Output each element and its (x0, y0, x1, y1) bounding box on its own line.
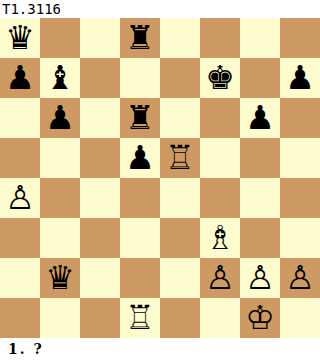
square-d3[interactable] (120, 218, 160, 258)
square-a4[interactable]: ♙ (0, 178, 40, 218)
chess-board: ♛♜♟♝♚♟♟♜♟♟♖♙♗♛♙♙♙♖♔ (0, 18, 320, 338)
square-b4[interactable] (40, 178, 80, 218)
square-h3[interactable] (280, 218, 320, 258)
chess-puzzle-page: T1.3116 ♛♜♟♝♚♟♟♜♟♟♖♙♗♛♙♙♙♖♔ 1. ? (0, 0, 320, 360)
square-a2[interactable] (0, 258, 40, 298)
square-c6[interactable] (80, 98, 120, 138)
square-c1[interactable] (80, 298, 120, 338)
square-e5[interactable]: ♖ (160, 138, 200, 178)
square-g7[interactable] (240, 58, 280, 98)
piece-white-pawn[interactable]: ♙ (285, 258, 315, 298)
square-d5[interactable]: ♟ (120, 138, 160, 178)
piece-white-pawn[interactable]: ♙ (5, 178, 35, 218)
square-c3[interactable] (80, 218, 120, 258)
square-b6[interactable]: ♟ (40, 98, 80, 138)
square-f5[interactable] (200, 138, 240, 178)
piece-black-pawn[interactable]: ♟ (245, 98, 275, 138)
piece-black-pawn[interactable]: ♟ (125, 138, 155, 178)
piece-white-pawn[interactable]: ♙ (245, 258, 275, 298)
square-c7[interactable] (80, 58, 120, 98)
square-e3[interactable] (160, 218, 200, 258)
square-f6[interactable] (200, 98, 240, 138)
square-e2[interactable] (160, 258, 200, 298)
square-a5[interactable] (0, 138, 40, 178)
square-h1[interactable] (280, 298, 320, 338)
square-b2[interactable]: ♛ (40, 258, 80, 298)
square-b3[interactable] (40, 218, 80, 258)
square-h2[interactable]: ♙ (280, 258, 320, 298)
square-b8[interactable] (40, 18, 80, 58)
square-b5[interactable] (40, 138, 80, 178)
piece-white-pawn[interactable]: ♙ (205, 258, 235, 298)
square-d2[interactable] (120, 258, 160, 298)
piece-white-king[interactable]: ♔ (245, 298, 275, 338)
square-d1[interactable]: ♖ (120, 298, 160, 338)
square-b7[interactable]: ♝ (40, 58, 80, 98)
piece-white-bishop[interactable]: ♗ (205, 218, 235, 258)
square-h6[interactable] (280, 98, 320, 138)
square-d4[interactable] (120, 178, 160, 218)
square-a7[interactable]: ♟ (0, 58, 40, 98)
square-h7[interactable]: ♟ (280, 58, 320, 98)
square-f1[interactable] (200, 298, 240, 338)
footer-bar: 1. ? (0, 338, 320, 360)
square-e6[interactable] (160, 98, 200, 138)
square-g3[interactable] (240, 218, 280, 258)
square-g2[interactable]: ♙ (240, 258, 280, 298)
piece-black-pawn[interactable]: ♟ (285, 58, 315, 98)
square-f2[interactable]: ♙ (200, 258, 240, 298)
square-d8[interactable]: ♜ (120, 18, 160, 58)
square-g4[interactable] (240, 178, 280, 218)
square-e7[interactable] (160, 58, 200, 98)
square-h5[interactable] (280, 138, 320, 178)
title-bar: T1.3116 (0, 0, 320, 18)
square-g1[interactable]: ♔ (240, 298, 280, 338)
square-d7[interactable] (120, 58, 160, 98)
square-a6[interactable] (0, 98, 40, 138)
square-f4[interactable] (200, 178, 240, 218)
square-e4[interactable] (160, 178, 200, 218)
square-h8[interactable] (280, 18, 320, 58)
piece-black-king[interactable]: ♚ (205, 58, 235, 98)
puzzle-title: T1.3116 (2, 0, 61, 18)
square-b1[interactable] (40, 298, 80, 338)
square-c4[interactable] (80, 178, 120, 218)
square-d6[interactable]: ♜ (120, 98, 160, 138)
piece-white-rook[interactable]: ♖ (125, 298, 155, 338)
square-c8[interactable] (80, 18, 120, 58)
square-f8[interactable] (200, 18, 240, 58)
square-a8[interactable]: ♛ (0, 18, 40, 58)
square-f3[interactable]: ♗ (200, 218, 240, 258)
piece-black-rook[interactable]: ♜ (125, 98, 155, 138)
piece-black-queen[interactable]: ♛ (5, 18, 35, 58)
move-prompt: 1. ? (8, 341, 44, 357)
piece-white-rook[interactable]: ♖ (165, 138, 195, 178)
square-a3[interactable] (0, 218, 40, 258)
square-f7[interactable]: ♚ (200, 58, 240, 98)
square-h4[interactable] (280, 178, 320, 218)
square-g8[interactable] (240, 18, 280, 58)
square-c2[interactable] (80, 258, 120, 298)
piece-black-queen[interactable]: ♛ (45, 258, 75, 298)
square-e8[interactable] (160, 18, 200, 58)
square-g6[interactable]: ♟ (240, 98, 280, 138)
square-e1[interactable] (160, 298, 200, 338)
square-g5[interactable] (240, 138, 280, 178)
square-c5[interactable] (80, 138, 120, 178)
piece-black-pawn[interactable]: ♟ (5, 58, 35, 98)
piece-black-rook[interactable]: ♜ (125, 18, 155, 58)
square-a1[interactable] (0, 298, 40, 338)
piece-black-pawn[interactable]: ♟ (45, 98, 75, 138)
piece-black-bishop[interactable]: ♝ (45, 58, 75, 98)
